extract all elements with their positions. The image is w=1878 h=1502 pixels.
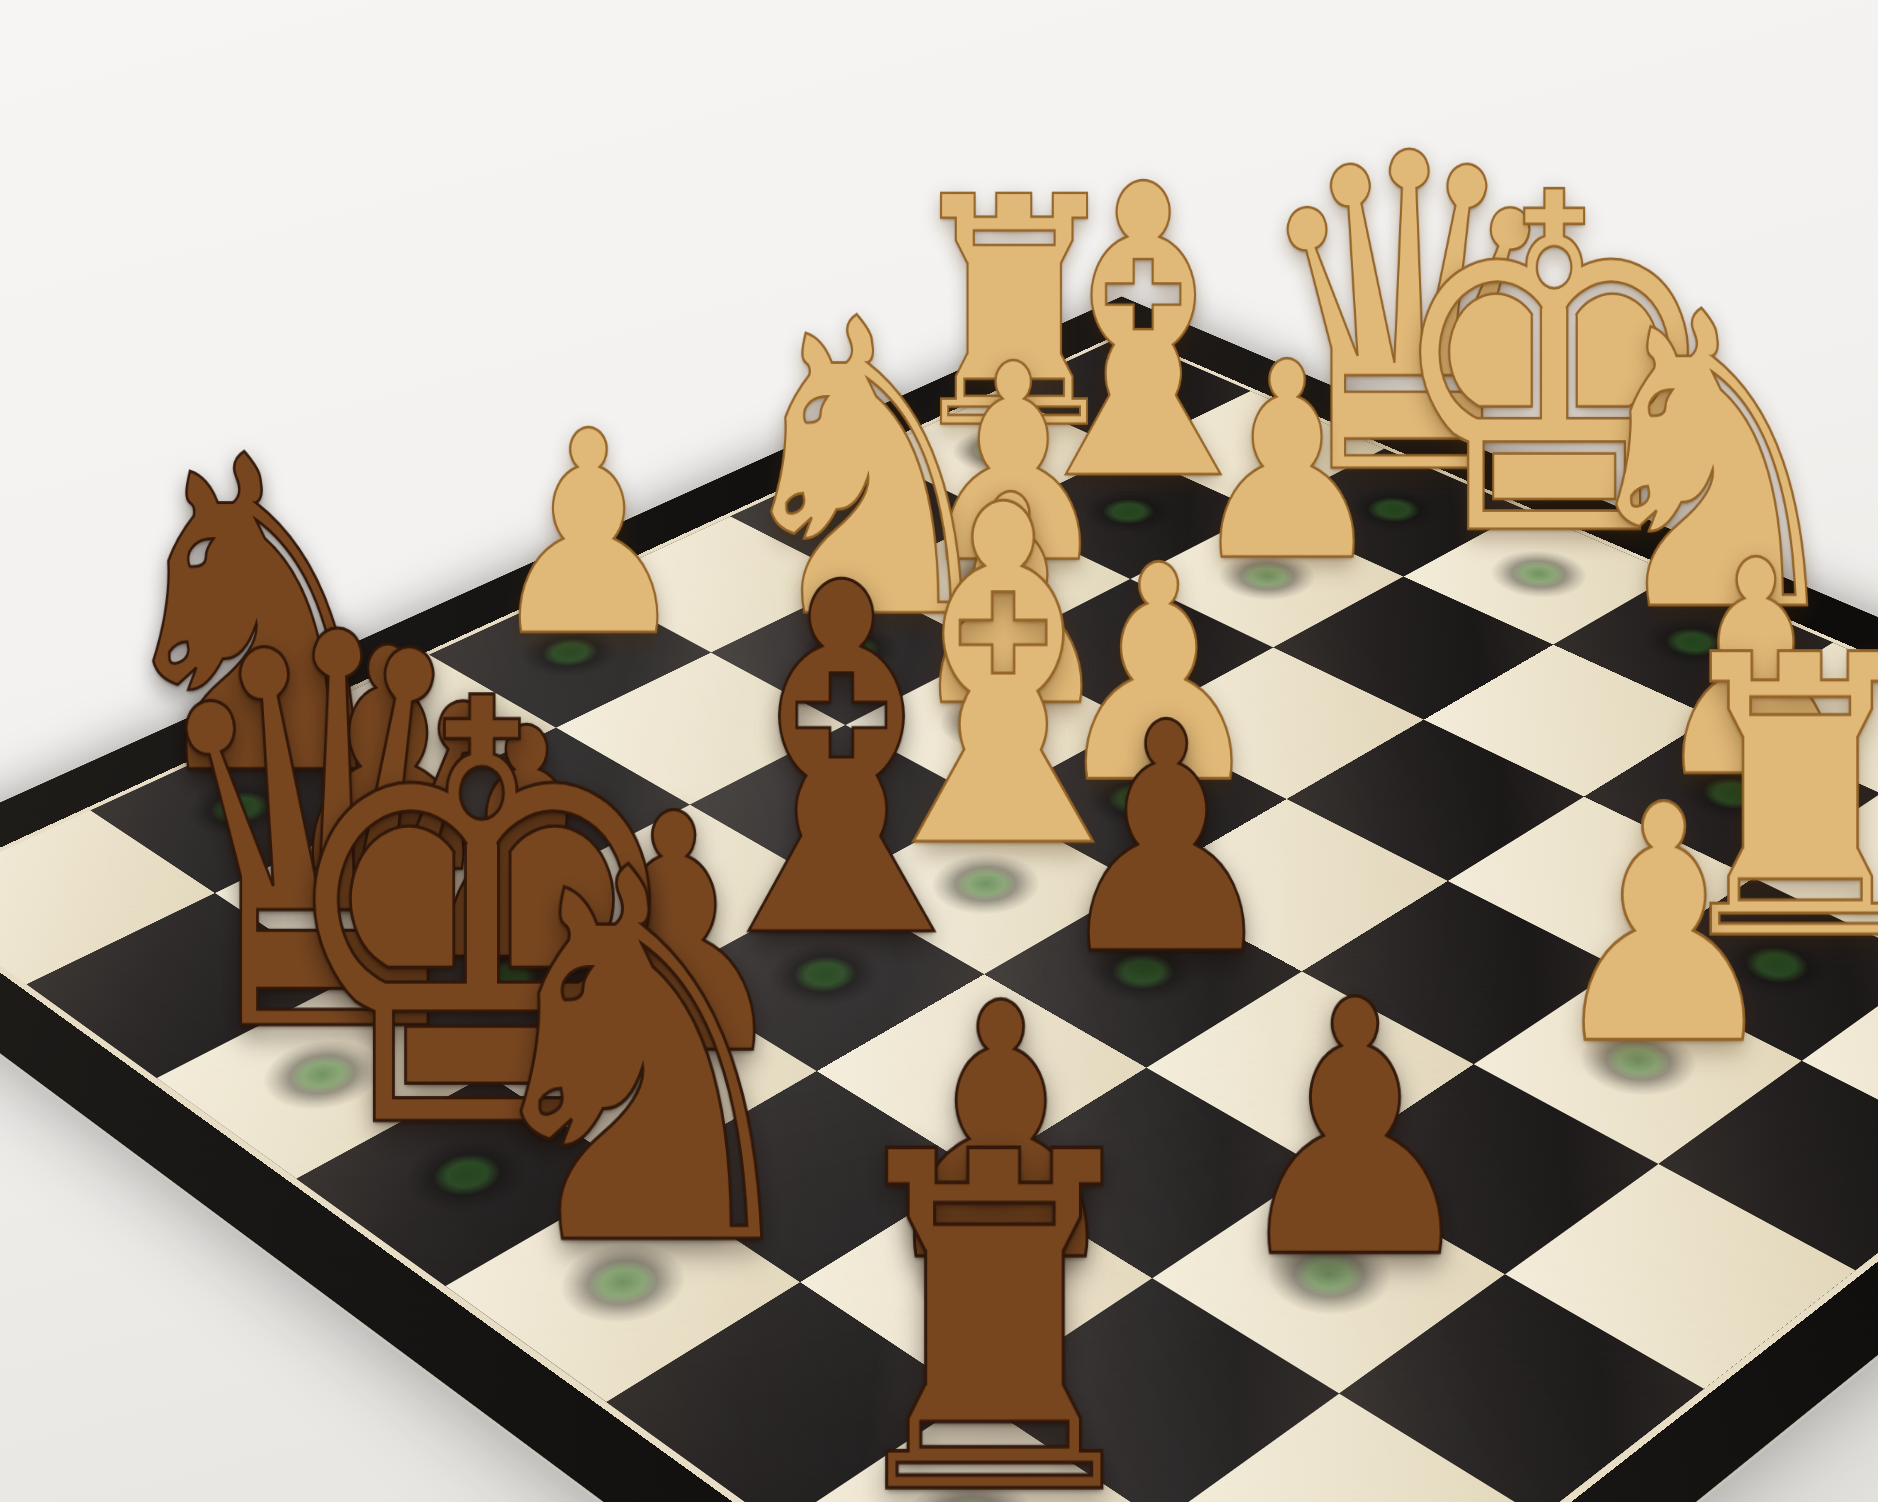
piece-felt-shadow — [137, 753, 344, 865]
piece-felt-shadow — [908, 409, 1086, 493]
piece-felt-shadow — [1445, 528, 1633, 621]
board-frame: ♞♟♜♟♞♟♝♛♟♟♟♛♚♟♝♝♟♚♞♟♞♟♟♜♟♟♜ — [0, 296, 1878, 1502]
board-grid: ♞♟♜♟♞♟♝♛♟♟♟♛♚♟♝♝♟♚♞♟♞♟♟♜♟♟♜ — [0, 332, 1878, 1502]
piece-felt-shadow — [715, 912, 935, 1039]
chess-set-photo: ♞♟♜♟♞♟♝♛♟♟♟♛♚♟♝♝♟♚♞♟♞♟♟♜♟♟♜ — [0, 0, 1878, 1502]
chess-board: ♞♟♜♟♞♟♝♛♟♟♟♛♚♟♝♝♟♚♞♟♞♟♟♜♟♟♜ — [0, 296, 1878, 1502]
piece-felt-shadow — [1037, 468, 1220, 556]
piece-felt-shadow — [1597, 594, 1790, 692]
piece-felt-shadow — [1630, 739, 1835, 850]
piece-felt-shadow — [1033, 909, 1252, 1036]
piece-felt-shadow — [880, 826, 1092, 945]
piece-felt-shadow — [900, 533, 1088, 626]
piece-felt-shadow — [854, 1202, 1097, 1358]
piece-felt-shadow — [890, 671, 1090, 776]
piece-felt-shadow — [1302, 466, 1485, 554]
piece-felt-shadow — [1207, 1199, 1450, 1355]
piece-felt-shadow — [1035, 745, 1241, 856]
